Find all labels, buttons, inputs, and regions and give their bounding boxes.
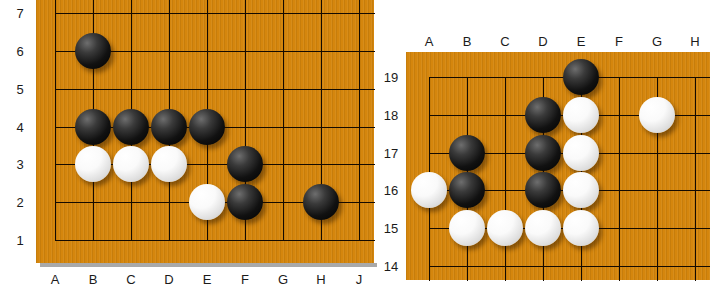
black-stone-F3 [227,146,263,182]
col-label-G: G [652,35,662,48]
row-label-19: 19 [384,71,398,84]
white-stone-E17 [563,135,599,171]
col-label-E: E [577,35,586,48]
white-stone-A16 [411,172,447,208]
row-label-6: 6 [16,45,23,58]
black-stone-F2 [227,184,263,220]
black-stone-D16 [525,172,561,208]
black-stone-H2 [303,184,339,220]
row-label-16: 16 [384,184,398,197]
row-label-15: 15 [384,222,398,235]
col-label-D: D [538,35,547,48]
col-label-B: B [463,35,472,48]
row-label-1: 1 [16,234,23,247]
col-label-C: C [126,273,135,286]
col-label-A: A [51,273,60,286]
row-label-7: 7 [16,7,23,20]
black-stone-D4 [151,109,187,145]
col-label-A: A [425,35,434,48]
right-board-surface[interactable] [406,52,710,280]
col-label-F: F [615,35,623,48]
col-label-D: D [164,273,173,286]
white-stone-E15 [563,210,599,246]
black-stone-B16 [449,172,485,208]
white-stone-E2 [189,184,225,220]
white-stone-D15 [525,210,561,246]
grid-line-row-7 [55,13,375,14]
col-label-C: C [500,35,509,48]
row-label-17: 17 [384,147,398,160]
black-stone-D17 [525,135,561,171]
row-label-18: 18 [384,109,398,122]
grid-line-col-G [283,0,284,241]
row-label-3: 3 [16,158,23,171]
grid-line-row-5 [55,89,375,90]
white-stone-C3 [113,146,149,182]
grid-line-col-F [619,77,620,281]
row-label-5: 5 [16,83,23,96]
white-stone-E16 [563,172,599,208]
grid-line-col-H [695,77,696,281]
col-label-E: E [203,273,212,286]
grid-line-row-14 [429,266,710,267]
white-stone-E18 [563,97,599,133]
left-board-drop-shadow [40,263,377,267]
row-label-2: 2 [16,196,23,209]
white-stone-G18 [639,97,675,133]
black-stone-D18 [525,97,561,133]
col-label-B: B [89,273,98,286]
grid-line-row-1 [55,240,375,241]
black-stone-E19 [563,59,599,95]
col-label-J: J [356,273,363,286]
go-diagram-pair: ABCDEFGHJ7654321ABCDEFGH191817161514 [0,0,710,301]
row-label-14: 14 [384,260,398,273]
col-label-H: H [316,273,325,286]
black-stone-B6 [75,33,111,69]
grid-line-col-A [55,0,56,241]
row-label-4: 4 [16,121,23,134]
white-stone-D3 [151,146,187,182]
col-label-F: F [241,273,249,286]
white-stone-B15 [449,210,485,246]
white-stone-B3 [75,146,111,182]
black-stone-C4 [113,109,149,145]
col-label-H: H [690,35,699,48]
black-stone-B17 [449,135,485,171]
grid-line-col-J [359,0,360,241]
col-label-G: G [278,273,288,286]
white-stone-C15 [487,210,523,246]
black-stone-B4 [75,109,111,145]
black-stone-E4 [189,109,225,145]
grid-line-col-C [505,77,506,281]
